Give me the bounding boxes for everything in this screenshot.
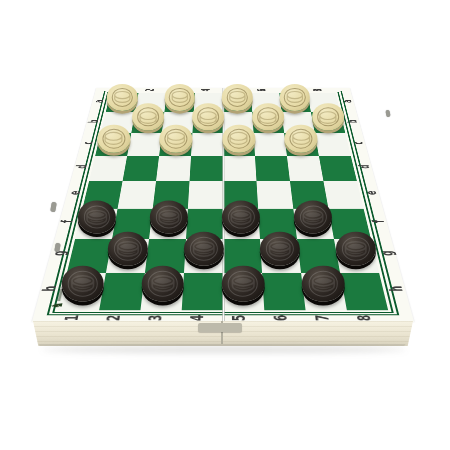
board-square-r3c5[interactable]: [255, 156, 290, 181]
black-checker-piece[interactable]: ⛂: [108, 231, 148, 266]
board-square-r3c4[interactable]: [223, 156, 256, 181]
board-square-r7c1[interactable]: [99, 273, 145, 311]
checker-glyph: ⛂: [302, 202, 325, 230]
light-checker-piece[interactable]: ⛀: [285, 125, 318, 154]
checker-glyph: ⛂: [85, 202, 108, 230]
checker-disc: ⛀: [285, 125, 318, 154]
checker-glyph: ⛀: [286, 85, 304, 107]
black-checker-piece[interactable]: ⛂: [222, 201, 260, 234]
product-photo-scene: 12345678 abcdefgh abcdefgh 12345678 ♞ ⛀⛀…: [0, 0, 450, 450]
coordinate-letter-b: b: [345, 120, 360, 123]
black-checker-piece[interactable]: ⛂: [222, 265, 265, 302]
checker-glyph: ⛀: [228, 85, 246, 107]
checker-disc: ⛀: [160, 125, 193, 154]
hinge-screw-icon: [50, 202, 57, 213]
black-checker-piece[interactable]: ⛂: [302, 265, 345, 302]
black-checker-piece[interactable]: ⛂: [260, 231, 300, 266]
coordinate-number-2: 2: [103, 315, 124, 321]
checker-disc: ⛂: [294, 201, 332, 234]
box-front-face: [33, 321, 413, 346]
light-checker-piece[interactable]: ⛀: [165, 84, 195, 110]
black-checker-piece[interactable]: ⛂: [61, 265, 104, 302]
checker-glyph: ⛀: [198, 105, 217, 128]
board-square-r4c5[interactable]: [256, 181, 293, 208]
board-square-r3c2[interactable]: [156, 156, 191, 181]
checker-glyph: ⛀: [113, 85, 131, 107]
board-square-r7c5[interactable]: [262, 273, 306, 311]
checker-glyph: ⛀: [171, 85, 189, 107]
board-square-r7c7[interactable]: [340, 273, 388, 311]
checker-glyph: ⛀: [166, 126, 186, 150]
hinge-screw-icon: [385, 110, 390, 118]
coordinate-letter-h: h: [386, 286, 407, 292]
black-checker-piece[interactable]: ⛂: [336, 231, 376, 266]
checker-disc: ⛀: [192, 104, 224, 131]
light-checker-piece[interactable]: ⛀: [280, 84, 310, 110]
coordinate-number-7: 7: [312, 315, 333, 321]
light-checker-piece[interactable]: ⛀: [252, 104, 284, 131]
checker-disc: ⛂: [222, 201, 260, 234]
light-checker-piece[interactable]: ⛀: [192, 104, 224, 131]
coordinate-letter-c: c: [350, 142, 366, 145]
checker-glyph: ⛂: [229, 202, 252, 230]
checker-glyph: ⛀: [139, 105, 158, 128]
knight-logo-icon: ♞: [48, 302, 67, 309]
checker-disc: ⛂: [61, 265, 104, 302]
checker-disc: ⛂: [150, 201, 188, 234]
coordinate-letter-a: a: [340, 100, 354, 103]
coordinate-letter-b: b: [86, 120, 101, 123]
black-checker-piece[interactable]: ⛂: [184, 231, 224, 266]
light-checker-piece[interactable]: ⛀: [160, 125, 193, 154]
coordinate-number-5: 5: [229, 315, 249, 321]
checker-disc: ⛂: [260, 231, 300, 266]
light-checker-piece[interactable]: ⛀: [222, 84, 252, 110]
checker-glyph: ⛂: [192, 233, 216, 262]
board-square-r3c3[interactable]: [190, 156, 223, 181]
coordinate-number-4: 4: [187, 315, 207, 321]
checker-glyph: ⛂: [116, 233, 140, 262]
checker-disc: ⛂: [184, 231, 224, 266]
board-square-r3c6[interactable]: [287, 156, 324, 181]
coordinate-letter-a: a: [92, 100, 106, 103]
black-checker-piece[interactable]: ⛂: [294, 201, 332, 234]
box-latch: [198, 323, 242, 332]
checker-disc: ⛀: [165, 84, 195, 110]
checker-disc: ⛀: [222, 84, 252, 110]
coordinate-number-8: 8: [354, 315, 375, 321]
coordinate-number-6: 6: [271, 315, 291, 321]
checker-disc: ⛀: [252, 104, 284, 131]
checker-glyph: ⛂: [230, 267, 256, 298]
checker-glyph: ⛀: [318, 105, 337, 128]
coordinate-number-far-6: 6: [255, 89, 269, 92]
checker-glyph: ⛀: [104, 126, 124, 150]
coordinate-letter-c: c: [80, 142, 96, 145]
coordinate-letter-f: f: [58, 220, 76, 223]
checker-disc: ⛀: [97, 125, 130, 154]
light-checker-piece[interactable]: ⛀: [97, 125, 130, 154]
coordinate-number-far-4: 4: [199, 89, 212, 92]
coordinate-number-far-2: 2: [143, 89, 157, 92]
coordinate-number-3: 3: [145, 315, 165, 321]
coordinate-letter-e: e: [363, 191, 380, 195]
checker-glyph: ⛂: [70, 267, 96, 298]
board-square-r7c3[interactable]: [182, 273, 223, 311]
checker-disc: ⛂: [222, 265, 265, 302]
coordinate-letter-f: f: [370, 220, 388, 223]
checker-glyph: ⛂: [310, 267, 336, 298]
coordinate-letter-g: g: [377, 251, 396, 256]
checker-glyph: ⛀: [291, 126, 311, 150]
black-checker-piece[interactable]: ⛂: [142, 265, 185, 302]
coordinate-letter-e: e: [66, 191, 83, 195]
checker-glyph: ⛂: [157, 202, 180, 230]
checker-disc: ⛂: [142, 265, 185, 302]
black-checker-piece[interactable]: ⛂: [150, 201, 188, 234]
checker-glyph: ⛂: [344, 233, 368, 262]
coordinate-number-far-8: 8: [311, 89, 325, 92]
checker-disc: ⛀: [222, 125, 255, 154]
checker-disc: ⛀: [280, 84, 310, 110]
board-square-r2c3[interactable]: [191, 133, 223, 156]
drop-shadow: [42, 346, 406, 353]
black-checker-piece[interactable]: ⛂: [78, 201, 116, 234]
checker-disc: ⛂: [78, 201, 116, 234]
board-square-r2c1[interactable]: [127, 133, 162, 156]
board-square-r3c7[interactable]: [319, 156, 357, 181]
checker-glyph: ⛂: [268, 233, 292, 262]
light-checker-piece[interactable]: ⛀: [222, 125, 255, 154]
checker-disc: ⛂: [302, 265, 345, 302]
coordinate-number-1: 1: [61, 315, 82, 321]
checker-glyph: ⛀: [229, 126, 249, 150]
checker-disc: ⛂: [336, 231, 376, 266]
coordinate-letter-d: d: [73, 165, 90, 169]
board-square-r2c5[interactable]: [254, 133, 287, 156]
checker-glyph: ⛀: [258, 105, 277, 128]
checker-disc: ⛂: [108, 231, 148, 266]
board-square-r3c1[interactable]: [123, 156, 160, 181]
coordinate-letter-d: d: [356, 165, 373, 169]
board-square-r3c0[interactable]: [89, 156, 127, 181]
board-square-r2c7[interactable]: [315, 133, 351, 156]
board-square-r4c3[interactable]: [188, 181, 223, 208]
checker-glyph: ⛂: [150, 267, 176, 298]
